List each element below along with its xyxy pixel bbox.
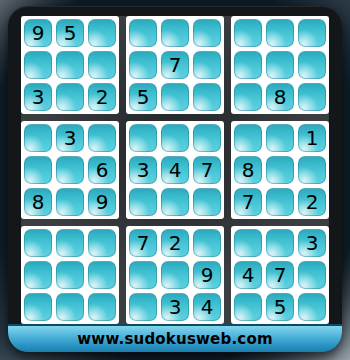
cell-r2c7[interactable] (234, 51, 262, 79)
cell-r5c5[interactable]: 4 (161, 156, 189, 184)
cell-r6c6[interactable] (193, 188, 221, 216)
cell-r8c3[interactable] (88, 261, 116, 289)
cell-r9c2[interactable] (56, 293, 84, 321)
cell-r9c3[interactable] (88, 293, 116, 321)
block-0: 9532 (21, 16, 119, 114)
cell-r7c8[interactable] (266, 229, 294, 257)
cell-r3c7[interactable] (234, 83, 262, 111)
cell-r8c4[interactable] (129, 261, 157, 289)
cell-r3c9[interactable] (298, 83, 326, 111)
cell-r2c8[interactable] (266, 51, 294, 79)
cell-r6c3[interactable]: 9 (88, 188, 116, 216)
cell-r2c9[interactable] (298, 51, 326, 79)
cell-r6c5[interactable] (161, 188, 189, 216)
cell-r1c6[interactable] (193, 19, 221, 47)
cell-r4c6[interactable] (193, 124, 221, 152)
cell-r9c4[interactable] (129, 293, 157, 321)
cell-r2c1[interactable] (24, 51, 52, 79)
cell-r3c5[interactable] (161, 83, 189, 111)
cell-r3c8[interactable]: 8 (266, 83, 294, 111)
cell-r2c2[interactable] (56, 51, 84, 79)
block-4: 347 (126, 121, 224, 219)
cell-r9c7[interactable] (234, 293, 262, 321)
cell-r6c1[interactable]: 8 (24, 188, 52, 216)
block-3: 3689 (21, 121, 119, 219)
site-url: www.sudokusweb.com (77, 330, 272, 348)
board-area: 953275836893471872729343475 (8, 6, 342, 324)
sudoku-board: 953275836893471872729343475 (21, 16, 329, 324)
cell-r6c4[interactable] (129, 188, 157, 216)
footer-bar: www.sudokusweb.com (8, 324, 342, 352)
cell-r3c2[interactable] (56, 83, 84, 111)
cell-r3c3[interactable]: 2 (88, 83, 116, 111)
cell-r3c6[interactable] (193, 83, 221, 111)
cell-r4c5[interactable] (161, 124, 189, 152)
cell-r2c5[interactable]: 7 (161, 51, 189, 79)
cell-r9c5[interactable]: 3 (161, 293, 189, 321)
cell-r4c3[interactable] (88, 124, 116, 152)
cell-r3c4[interactable]: 5 (129, 83, 157, 111)
cell-r4c8[interactable] (266, 124, 294, 152)
cell-r2c4[interactable] (129, 51, 157, 79)
cell-r8c8[interactable]: 7 (266, 261, 294, 289)
cell-r4c1[interactable] (24, 124, 52, 152)
cell-r1c5[interactable] (161, 19, 189, 47)
block-1: 75 (126, 16, 224, 114)
cell-r4c9[interactable]: 1 (298, 124, 326, 152)
cell-r5c1[interactable] (24, 156, 52, 184)
cell-r8c1[interactable] (24, 261, 52, 289)
cell-r7c1[interactable] (24, 229, 52, 257)
cell-r9c8[interactable]: 5 (266, 293, 294, 321)
cell-r8c5[interactable] (161, 261, 189, 289)
cell-r7c4[interactable]: 7 (129, 229, 157, 257)
cell-r1c1[interactable]: 9 (24, 19, 52, 47)
cell-r1c8[interactable] (266, 19, 294, 47)
cell-r6c8[interactable] (266, 188, 294, 216)
cell-r6c9[interactable]: 2 (298, 188, 326, 216)
cell-r5c7[interactable]: 8 (234, 156, 262, 184)
cell-r8c2[interactable] (56, 261, 84, 289)
cell-r7c9[interactable]: 3 (298, 229, 326, 257)
cell-r4c4[interactable] (129, 124, 157, 152)
cell-r8c6[interactable]: 9 (193, 261, 221, 289)
cell-r6c2[interactable] (56, 188, 84, 216)
block-2: 8 (231, 16, 329, 114)
cell-r3c1[interactable]: 3 (24, 83, 52, 111)
cell-r5c8[interactable] (266, 156, 294, 184)
cell-r8c9[interactable] (298, 261, 326, 289)
block-6 (21, 226, 119, 324)
cell-r1c9[interactable] (298, 19, 326, 47)
cell-r8c7[interactable]: 4 (234, 261, 262, 289)
cell-r5c9[interactable] (298, 156, 326, 184)
cell-r2c3[interactable] (88, 51, 116, 79)
cell-r2c6[interactable] (193, 51, 221, 79)
cell-r7c7[interactable] (234, 229, 262, 257)
cell-r1c7[interactable] (234, 19, 262, 47)
cell-r1c3[interactable] (88, 19, 116, 47)
cell-r5c2[interactable] (56, 156, 84, 184)
cell-r9c1[interactable] (24, 293, 52, 321)
cell-r4c2[interactable]: 3 (56, 124, 84, 152)
cell-r1c2[interactable]: 5 (56, 19, 84, 47)
cell-r9c6[interactable]: 4 (193, 293, 221, 321)
block-5: 1872 (231, 121, 329, 219)
cell-r7c6[interactable] (193, 229, 221, 257)
cell-r7c3[interactable] (88, 229, 116, 257)
cell-r1c4[interactable] (129, 19, 157, 47)
page-background: 953275836893471872729343475 www.sudokusw… (0, 0, 350, 360)
cell-r7c2[interactable] (56, 229, 84, 257)
sudoku-frame: 953275836893471872729343475 www.sudokusw… (8, 6, 342, 352)
cell-r5c6[interactable]: 7 (193, 156, 221, 184)
block-8: 3475 (231, 226, 329, 324)
cell-r4c7[interactable] (234, 124, 262, 152)
block-7: 72934 (126, 226, 224, 324)
cell-r9c9[interactable] (298, 293, 326, 321)
cell-r5c4[interactable]: 3 (129, 156, 157, 184)
cell-r7c5[interactable]: 2 (161, 229, 189, 257)
cell-r5c3[interactable]: 6 (88, 156, 116, 184)
cell-r6c7[interactable]: 7 (234, 188, 262, 216)
